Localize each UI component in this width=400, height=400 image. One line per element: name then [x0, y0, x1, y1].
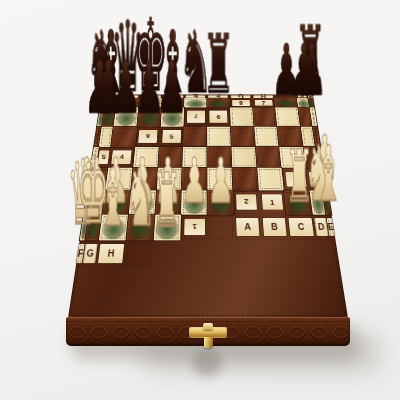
clasp-hook: [204, 337, 213, 348]
square-e4[interactable]: [231, 147, 257, 168]
square-h8[interactable]: ♜: [207, 98, 230, 107]
box-front-face: [66, 317, 350, 346]
square-a6[interactable]: [230, 107, 254, 126]
file-label-bottom-B: B: [260, 214, 289, 240]
file-plaque: D: [314, 218, 328, 236]
rank-plaque: 6: [210, 111, 228, 123]
file-plaque: A: [236, 218, 260, 236]
box-seam: [66, 321, 350, 322]
rank-plaque: 2: [236, 195, 257, 210]
square-c6[interactable]: [275, 107, 300, 126]
rank-label-right-2: 2: [233, 190, 260, 214]
rank-plaque: 1: [184, 219, 205, 235]
black-pawn[interactable]: ♟: [296, 35, 326, 106]
square-h7[interactable]: ♟: [160, 107, 184, 126]
rank-plaque: 7: [255, 100, 273, 106]
square-g2[interactable]: ♟: [181, 190, 207, 214]
white-bishop[interactable]: ♝: [97, 158, 128, 237]
black-pawn[interactable]: ♟: [156, 52, 187, 125]
square-c5[interactable]: [231, 126, 256, 146]
square-g1[interactable]: ♞: [126, 214, 155, 240]
rank-label-left-1: 1: [258, 190, 286, 214]
white-pawn[interactable]: ♟: [207, 149, 234, 212]
file-label-bottom-H: H: [96, 240, 127, 267]
rank-plaque: 8: [232, 100, 250, 106]
square-c1[interactable]: ♝: [322, 190, 331, 214]
rank-plaque: 5: [162, 130, 181, 143]
rank-plaque: 1: [262, 195, 284, 210]
file-label-bottom-E: E: [326, 214, 335, 240]
black-rook[interactable]: ♜: [202, 23, 234, 105]
white-bishop[interactable]: ♝: [313, 135, 343, 212]
white-rook[interactable]: ♜: [152, 162, 181, 237]
file-label-bottom-C: C: [286, 214, 316, 240]
file-plaque: B: [262, 218, 287, 236]
frame-corner: [124, 240, 154, 267]
file-plaque: E: [327, 218, 335, 236]
square-h2[interactable]: ♟: [207, 190, 233, 214]
frame-corner: [208, 214, 235, 240]
brass-clasp-icon: [186, 325, 230, 349]
chess-set-photo: ABCDEFGH8♜♞♝♛♚♝♞♜87♟♟♟♟♟♟♟♟7665544332♟♟♟…: [0, 0, 400, 400]
square-h1[interactable]: ♜: [153, 214, 181, 240]
square-b6[interactable]: [253, 107, 278, 126]
rank-plaque: 7: [186, 111, 204, 123]
file-plaque: H: [98, 244, 124, 264]
square-c7[interactable]: ♟: [308, 98, 314, 107]
square-g3[interactable]: [232, 168, 258, 191]
rank-plaque: 6: [138, 130, 158, 143]
rank-label-left-6: 6: [207, 107, 230, 126]
square-f4[interactable]: [255, 147, 281, 168]
file-plaque: G: [83, 244, 98, 264]
square-d5[interactable]: [254, 126, 279, 146]
white-pawn[interactable]: ♟: [181, 149, 208, 212]
rank-label-right-1: 1: [180, 214, 207, 240]
square-h3[interactable]: [257, 168, 284, 191]
white-knight[interactable]: ♞: [124, 158, 155, 237]
file-label-bottom-A: A: [234, 214, 262, 240]
file-plaque: C: [289, 218, 314, 236]
chess-board: ABCDEFGH8♜♞♝♛♚♝♞♜87♟♟♟♟♟♟♟♟7665544332♟♟♟…: [68, 95, 348, 318]
clasp-knob: [203, 323, 213, 330]
